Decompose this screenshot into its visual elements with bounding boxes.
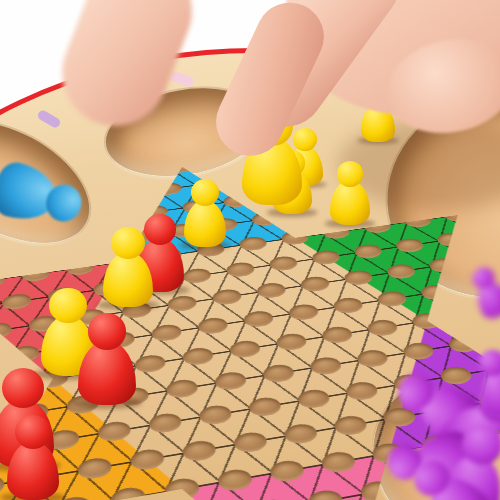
red-peg[interactable] <box>78 313 135 405</box>
peg-head <box>2 368 44 408</box>
photo-scene <box>0 0 500 500</box>
peg-head <box>88 313 127 350</box>
yellow-peg[interactable] <box>184 179 226 247</box>
peg-head <box>337 161 364 187</box>
yellow-peg[interactable] <box>330 161 370 225</box>
peg-head <box>191 179 220 206</box>
peg-body <box>103 253 153 307</box>
peg-body <box>7 442 60 500</box>
peg-body <box>184 201 226 247</box>
yellow-peg[interactable] <box>103 227 153 307</box>
peg-body <box>330 181 370 225</box>
red-peg[interactable] <box>7 415 60 500</box>
peg-body <box>78 342 135 405</box>
peg-head <box>111 227 145 259</box>
peg-head <box>15 415 51 449</box>
